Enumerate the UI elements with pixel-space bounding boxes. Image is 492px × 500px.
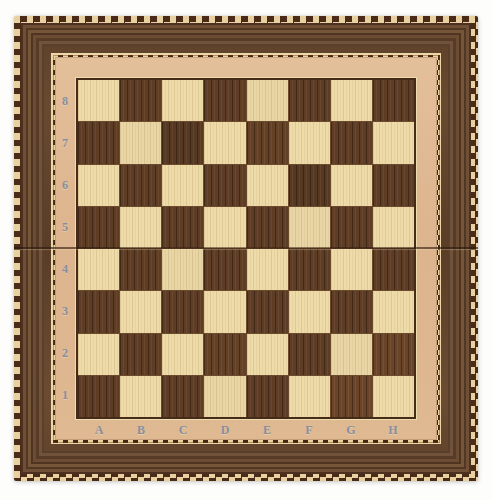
file-labels: A B C D E F G H: [78, 422, 414, 438]
square-e1[interactable]: [247, 376, 288, 417]
square-b2[interactable]: [120, 334, 161, 375]
square-h5[interactable]: [373, 207, 414, 248]
file-label-d: D: [204, 422, 246, 438]
square-f6[interactable]: [289, 165, 330, 206]
square-f4[interactable]: [289, 249, 330, 290]
square-d4[interactable]: [204, 249, 245, 290]
square-h1[interactable]: [373, 376, 414, 417]
square-e3[interactable]: [247, 291, 288, 332]
square-a7[interactable]: [78, 122, 119, 163]
square-d2[interactable]: [204, 334, 245, 375]
square-h8[interactable]: [373, 80, 414, 121]
chessboard: 8 7 6 5 4 3 2 1 A B C D E F G H: [14, 16, 478, 481]
square-a2[interactable]: [78, 334, 119, 375]
rank-label-7: 7: [56, 122, 74, 164]
square-b7[interactable]: [120, 122, 161, 163]
square-c5[interactable]: [162, 207, 203, 248]
square-c8[interactable]: [162, 80, 203, 121]
square-f3[interactable]: [289, 291, 330, 332]
square-h7[interactable]: [373, 122, 414, 163]
square-d3[interactable]: [204, 291, 245, 332]
square-c2[interactable]: [162, 334, 203, 375]
square-c7[interactable]: [162, 122, 203, 163]
square-a1[interactable]: [78, 376, 119, 417]
rank-label-6: 6: [56, 164, 74, 206]
square-a3[interactable]: [78, 291, 119, 332]
square-b1[interactable]: [120, 376, 161, 417]
square-a6[interactable]: [78, 165, 119, 206]
square-d7[interactable]: [204, 122, 245, 163]
square-f7[interactable]: [289, 122, 330, 163]
file-label-a: A: [78, 422, 120, 438]
square-h2[interactable]: [373, 334, 414, 375]
rank-label-5: 5: [56, 206, 74, 248]
file-label-f: F: [288, 422, 330, 438]
rank-label-4: 4: [56, 249, 74, 291]
square-d6[interactable]: [204, 165, 245, 206]
square-g1[interactable]: [331, 376, 372, 417]
square-e5[interactable]: [247, 207, 288, 248]
square-g6[interactable]: [331, 165, 372, 206]
square-e2[interactable]: [247, 334, 288, 375]
file-label-h: H: [372, 422, 414, 438]
square-c1[interactable]: [162, 376, 203, 417]
square-e4[interactable]: [247, 249, 288, 290]
square-f5[interactable]: [289, 207, 330, 248]
square-c4[interactable]: [162, 249, 203, 290]
file-label-c: C: [162, 422, 204, 438]
square-a5[interactable]: [78, 207, 119, 248]
square-e7[interactable]: [247, 122, 288, 163]
square-a8[interactable]: [78, 80, 119, 121]
square-e6[interactable]: [247, 165, 288, 206]
square-f2[interactable]: [289, 334, 330, 375]
fold-seam: [14, 247, 478, 249]
square-g2[interactable]: [331, 334, 372, 375]
square-b6[interactable]: [120, 165, 161, 206]
square-c3[interactable]: [162, 291, 203, 332]
square-h3[interactable]: [373, 291, 414, 332]
square-h6[interactable]: [373, 165, 414, 206]
square-f1[interactable]: [289, 376, 330, 417]
square-d5[interactable]: [204, 207, 245, 248]
square-c6[interactable]: [162, 165, 203, 206]
square-g3[interactable]: [331, 291, 372, 332]
square-b3[interactable]: [120, 291, 161, 332]
square-a4[interactable]: [78, 249, 119, 290]
square-b8[interactable]: [120, 80, 161, 121]
square-g8[interactable]: [331, 80, 372, 121]
rank-label-1: 1: [56, 375, 74, 417]
square-d8[interactable]: [204, 80, 245, 121]
square-g7[interactable]: [331, 122, 372, 163]
photo-background: 8 7 6 5 4 3 2 1 A B C D E F G H: [0, 0, 492, 500]
square-d1[interactable]: [204, 376, 245, 417]
file-label-e: E: [246, 422, 288, 438]
square-b4[interactable]: [120, 249, 161, 290]
rank-label-8: 8: [56, 80, 74, 122]
rank-label-3: 3: [56, 291, 74, 333]
square-b5[interactable]: [120, 207, 161, 248]
square-h4[interactable]: [373, 249, 414, 290]
square-f8[interactable]: [289, 80, 330, 121]
square-g4[interactable]: [331, 249, 372, 290]
square-e8[interactable]: [247, 80, 288, 121]
rank-label-2: 2: [56, 333, 74, 375]
file-label-b: B: [120, 422, 162, 438]
file-label-g: G: [330, 422, 372, 438]
square-g5[interactable]: [331, 207, 372, 248]
